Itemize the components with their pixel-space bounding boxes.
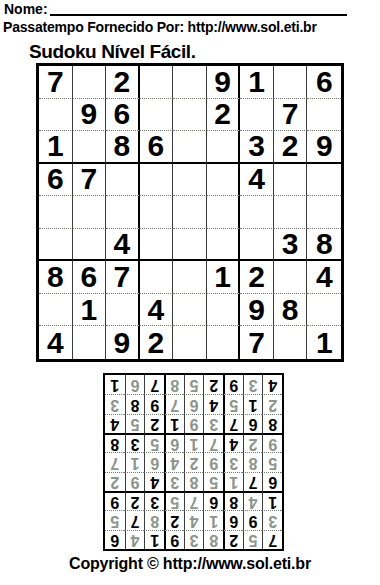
solution-cell-r1c2: 5 [243,530,263,549]
solution-cell-r1c3: 2 [223,530,243,549]
solution-cell-r9c3: 9 [223,375,243,394]
solution-cell-r2c1: 3 [262,510,282,529]
puzzle-cell-r9c2[interactable] [73,326,107,359]
solution-cell-r4c5: 8 [184,472,204,491]
solution-cell-r4c3: 1 [223,472,243,491]
solution-cell-r4c6: 3 [164,472,184,491]
puzzle-cell-r1c3: 2 [106,66,140,99]
solution-cell-r7c6: 1 [164,414,184,433]
solution-cell-r5c5: 2 [184,452,204,471]
puzzle-cell-r2c6: 2 [207,99,241,132]
puzzle-cell-r9c4: 2 [140,326,174,359]
solution-cell-r6c2: 2 [243,433,263,452]
puzzle-cell-r3c8: 2 [274,131,308,164]
puzzle-cell-r5c7[interactable] [240,196,274,229]
solution-cell-r8c3: 5 [223,394,243,413]
puzzle-cell-r6c6[interactable] [207,229,241,262]
name-row: Nome: [4,1,347,17]
solution-cell-r9c4: 2 [203,375,223,394]
puzzle-cell-r6c7[interactable] [240,229,274,262]
puzzle-cell-r8c9[interactable] [307,294,341,327]
solution-cell-r7c9: 4 [105,414,125,433]
puzzle-cell-r5c4[interactable] [140,196,174,229]
puzzle-cell-r9c9: 1 [307,326,341,359]
puzzle-cell-r8c4: 4 [140,294,174,327]
solution-cell-r9c8: 6 [125,375,145,394]
solution-cell-r4c8: 9 [125,472,145,491]
solution-cell-r2c4: 1 [203,510,223,529]
solution-cell-r2c5: 4 [184,510,204,529]
puzzle-cell-r1c5[interactable] [173,66,207,99]
puzzle-cell-r2c3: 6 [106,99,140,132]
puzzle-cell-r4c7: 4 [240,164,274,197]
puzzle-cell-r2c8: 7 [274,99,308,132]
solution-cell-r4c2: 7 [243,472,263,491]
puzzle-cell-r5c8[interactable] [274,196,308,229]
solution-cell-r7c2: 6 [243,414,263,433]
solution-cell-r6c6: 6 [164,433,184,452]
solution-cell-r6c7: 5 [144,433,164,452]
puzzle-cell-r5c3[interactable] [106,196,140,229]
puzzle-cell-r1c7: 1 [240,66,274,99]
puzzle-cell-r8c1[interactable] [39,294,73,327]
solution-cell-r6c3: 4 [223,433,243,452]
solution-cell-r2c8: 7 [125,510,145,529]
puzzle-cell-r1c2[interactable] [73,66,107,99]
puzzle-cell-r6c1[interactable] [39,229,73,262]
puzzle-cell-r9c5[interactable] [173,326,207,359]
solution-cell-r7c8: 5 [125,414,145,433]
solution-cell-r1c4: 8 [203,530,223,549]
puzzle-cell-r5c5[interactable] [173,196,207,229]
solution-cell-r1c1: 7 [262,530,282,549]
solution-cell-r1c5: 3 [184,530,204,549]
solution-cell-r7c5: 9 [184,414,204,433]
puzzle-cell-r4c6[interactable] [207,164,241,197]
solution-cell-r9c6: 8 [164,375,184,394]
solution-cell-r9c5: 5 [184,375,204,394]
puzzle-cell-r8c6[interactable] [207,294,241,327]
solution-cell-r4c1: 6 [262,472,282,491]
puzzle-cell-r9c7: 7 [240,326,274,359]
solution-cell-r3c6: 5 [164,491,184,510]
solution-cell-r6c5: 1 [184,433,204,452]
puzzle-cell-r8c3[interactable] [106,294,140,327]
puzzle-cell-r9c6[interactable] [207,326,241,359]
solution-cell-r9c1: 4 [262,375,282,394]
solution-cell-r3c8: 2 [125,491,145,510]
solution-cell-r6c9: 8 [105,433,125,452]
puzzle-cell-r4c3[interactable] [106,164,140,197]
solution-cell-r9c7: 7 [144,375,164,394]
solution-cell-r8c1: 2 [262,394,282,413]
solution-cell-r6c1: 9 [262,433,282,452]
puzzle-cell-r1c4[interactable] [140,66,174,99]
puzzle-cell-r4c1: 6 [39,164,73,197]
puzzle-cell-r7c9: 4 [307,261,341,294]
puzzle-cell-r7c5[interactable] [173,261,207,294]
solution-cell-r8c7: 9 [144,394,164,413]
page-title: Sudoku Nível Fácil. [29,41,196,63]
solution-cell-r1c8: 4 [125,530,145,549]
puzzle-cell-r2c5[interactable] [173,99,207,132]
puzzle-cell-r7c3: 7 [106,261,140,294]
puzzle-cell-r7c4[interactable] [140,261,174,294]
puzzle-cell-r3c6[interactable] [207,131,241,164]
provided-by-line: Passatempo Fornecido Por: http://www.sol… [3,19,379,35]
puzzle-cell-r4c2: 7 [73,164,107,197]
puzzle-cell-r8c7: 9 [240,294,274,327]
solution-cell-r1c7: 1 [144,530,164,549]
puzzle-cell-r7c6: 1 [207,261,241,294]
puzzle-cell-r3c2[interactable] [73,131,107,164]
solution-cell-r5c3: 3 [223,452,243,471]
solution-cell-r3c1: 1 [262,491,282,510]
sudoku-puzzle-grid: 729169627186329674438867124149849271 [36,63,344,362]
sudoku-printable-page: Nome: Passatempo Fornecido Por: http://w… [0,0,380,585]
solution-cell-r7c7: 2 [144,414,164,433]
solution-cell-r7c1: 8 [262,414,282,433]
puzzle-cell-r1c6: 9 [207,66,241,99]
solution-cell-r5c6: 4 [164,452,184,471]
puzzle-cell-r7c1: 8 [39,261,73,294]
solution-cell-r3c2: 4 [243,491,263,510]
solution-cell-r8c5: 6 [184,394,204,413]
puzzle-cell-r8c2: 1 [73,294,107,327]
solution-cell-r5c7: 6 [144,452,164,471]
sudoku-solution-grid-rotated: 7528391463961428751486753296715834925839… [103,373,284,551]
puzzle-cell-r6c3: 4 [106,229,140,262]
puzzle-cell-r2c1[interactable] [39,99,73,132]
solution-cell-r8c4: 4 [203,394,223,413]
solution-cell-r2c6: 2 [164,510,184,529]
solution-cell-r8c6: 7 [164,394,184,413]
puzzle-cell-r4c4[interactable] [140,164,174,197]
solution-cell-r3c5: 7 [184,491,204,510]
solution-cell-r3c7: 3 [144,491,164,510]
solution-cell-r5c1: 5 [262,452,282,471]
copyright-line: Copyright © http://www.sol.eti.br [0,555,380,573]
solution-cell-r7c3: 7 [223,414,243,433]
solution-cell-r9c2: 3 [243,375,263,394]
puzzle-cell-r6c8: 3 [274,229,308,262]
puzzle-cell-r6c5[interactable] [173,229,207,262]
solution-cell-r1c6: 9 [164,530,184,549]
puzzle-cell-r5c9[interactable] [307,196,341,229]
solution-cell-r7c4: 3 [203,414,223,433]
puzzle-cell-r3c4: 6 [140,131,174,164]
solution-cell-r6c4: 7 [203,433,223,452]
puzzle-cell-r7c7: 2 [240,261,274,294]
puzzle-cell-r9c1: 4 [39,326,73,359]
solution-cell-r2c2: 9 [243,510,263,529]
puzzle-cell-r1c1: 7 [39,66,73,99]
solution-cell-r8c2: 1 [243,394,263,413]
solution-cell-r2c7: 8 [144,510,164,529]
solution-cell-r9c9: 1 [105,375,125,394]
puzzle-cell-r5c2[interactable] [73,196,107,229]
puzzle-cell-r2c7[interactable] [240,99,274,132]
solution-cell-r5c8: 1 [125,452,145,471]
name-label: Nome: [4,1,48,17]
puzzle-cell-r3c5[interactable] [173,131,207,164]
name-input-line[interactable] [50,2,347,16]
puzzle-cell-r2c9[interactable] [307,99,341,132]
puzzle-cell-r3c7: 3 [240,131,274,164]
puzzle-cell-r5c6[interactable] [207,196,241,229]
puzzle-cell-r8c8: 8 [274,294,308,327]
solution-cell-r6c8: 3 [125,433,145,452]
puzzle-cell-r3c9: 9 [307,131,341,164]
puzzle-cell-r8c5[interactable] [173,294,207,327]
solution-cell-r4c9: 2 [105,472,125,491]
puzzle-cell-r1c9: 6 [307,66,341,99]
solution-cell-r8c9: 3 [105,394,125,413]
puzzle-cell-r9c8[interactable] [274,326,308,359]
puzzle-cell-r6c9: 8 [307,229,341,262]
solution-cell-r4c7: 4 [144,472,164,491]
puzzle-cell-r3c1: 1 [39,131,73,164]
solution-cell-r5c9: 7 [105,452,125,471]
solution-cell-r3c9: 9 [105,491,125,510]
solution-cell-r4c4: 5 [203,472,223,491]
solution-cell-r5c2: 8 [243,452,263,471]
solution-cell-r8c8: 8 [125,394,145,413]
puzzle-cell-r4c9[interactable] [307,164,341,197]
solution-cell-r2c3: 6 [223,510,243,529]
solution-cell-r2c9: 5 [105,510,125,529]
puzzle-cell-r6c2[interactable] [73,229,107,262]
solution-cell-r1c9: 6 [105,530,125,549]
solution-cell-r3c3: 8 [223,491,243,510]
puzzle-cell-r2c2: 9 [73,99,107,132]
puzzle-cell-r4c8[interactable] [274,164,308,197]
puzzle-cell-r4c5[interactable] [173,164,207,197]
puzzle-cell-r3c3: 8 [106,131,140,164]
solution-cell-r5c4: 9 [203,452,223,471]
puzzle-cell-r7c8[interactable] [274,261,308,294]
puzzle-cell-r7c2: 6 [73,261,107,294]
puzzle-cell-r2c4[interactable] [140,99,174,132]
puzzle-cell-r1c8[interactable] [274,66,308,99]
puzzle-cell-r9c3: 9 [106,326,140,359]
puzzle-cell-r6c4[interactable] [140,229,174,262]
solution-cell-r3c4: 6 [203,491,223,510]
puzzle-cell-r5c1[interactable] [39,196,73,229]
